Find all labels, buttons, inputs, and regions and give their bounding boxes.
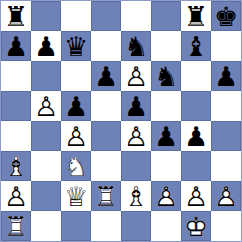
piece-black-rook[interactable]: ♜ (1, 1, 31, 31)
square-a2[interactable]: ♟♙ (1, 181, 31, 211)
piece-white-pawn[interactable]: ♟♙ (181, 181, 211, 211)
square-c2[interactable]: ♛♕ (61, 181, 91, 211)
square-e5[interactable]: ♟ (121, 91, 151, 121)
square-c6[interactable] (61, 61, 91, 91)
white-pawn-icon: ♙ (61, 121, 91, 151)
square-e7[interactable]: ♞ (121, 31, 151, 61)
white-pawn-icon: ♙ (211, 181, 241, 211)
piece-white-rook[interactable]: ♜♖ (1, 211, 31, 241)
square-f3[interactable] (151, 151, 181, 181)
square-e2[interactable]: ♝♗ (121, 181, 151, 211)
square-e6[interactable]: ♟♙ (121, 61, 151, 91)
piece-black-pawn[interactable]: ♟ (151, 121, 181, 151)
black-knight-icon: ♞ (151, 61, 181, 91)
square-g6[interactable] (181, 61, 211, 91)
square-d6[interactable]: ♟ (91, 61, 121, 91)
piece-white-king[interactable]: ♚♔ (181, 211, 211, 241)
square-b2[interactable] (31, 181, 61, 211)
square-c1[interactable] (61, 211, 91, 241)
square-d5[interactable] (91, 91, 121, 121)
piece-white-pawn[interactable]: ♟♙ (1, 181, 31, 211)
piece-white-pawn[interactable]: ♟♙ (211, 181, 241, 211)
square-h4[interactable] (211, 121, 241, 151)
square-g8[interactable]: ♜ (181, 1, 211, 31)
black-queen-icon: ♛ (61, 31, 91, 61)
square-c5[interactable]: ♟ (61, 91, 91, 121)
square-d8[interactable] (91, 1, 121, 31)
square-h7[interactable] (211, 31, 241, 61)
piece-black-knight[interactable]: ♞ (151, 61, 181, 91)
piece-black-queen[interactable]: ♛ (61, 31, 91, 61)
square-a3[interactable]: ♝♗ (1, 151, 31, 181)
black-pawn-icon: ♟ (211, 61, 241, 91)
square-f6[interactable]: ♞ (151, 61, 181, 91)
square-c7[interactable]: ♛ (61, 31, 91, 61)
square-b6[interactable] (31, 61, 61, 91)
white-rook-icon: ♖ (91, 181, 121, 211)
square-b7[interactable]: ♟ (31, 31, 61, 61)
white-pawn-icon: ♙ (1, 181, 31, 211)
white-rook-icon: ♖ (1, 211, 31, 241)
square-h2[interactable]: ♟♙ (211, 181, 241, 211)
square-g4[interactable]: ♟ (181, 121, 211, 151)
square-c8[interactable] (61, 1, 91, 31)
piece-black-pawn[interactable]: ♟ (181, 121, 211, 151)
white-bishop-icon: ♗ (1, 151, 31, 181)
white-knight-icon: ♘ (61, 151, 91, 181)
piece-white-pawn[interactable]: ♟♙ (151, 181, 181, 211)
square-d7[interactable] (91, 31, 121, 61)
piece-white-queen[interactable]: ♛♕ (61, 181, 91, 211)
piece-black-pawn[interactable]: ♟ (61, 91, 91, 121)
square-f2[interactable]: ♟♙ (151, 181, 181, 211)
square-h8[interactable]: ♚ (211, 1, 241, 31)
chess-board: ♜♜♚♟♟♛♞♝♟♟♙♞♟♟♙♟♟♟♙♟♙♟♟♝♗♞♘♟♙♛♕♜♖♝♗♟♙♟♙♟… (0, 0, 242, 242)
piece-black-pawn[interactable]: ♟ (91, 61, 121, 91)
square-f5[interactable] (151, 91, 181, 121)
white-queen-icon: ♕ (61, 181, 91, 211)
white-king-icon: ♔ (181, 211, 211, 241)
square-g5[interactable] (181, 91, 211, 121)
square-e3[interactable] (121, 151, 151, 181)
piece-white-pawn[interactable]: ♟♙ (61, 121, 91, 151)
piece-black-pawn[interactable]: ♟ (1, 31, 31, 61)
square-f7[interactable] (151, 31, 181, 61)
square-e4[interactable]: ♟♙ (121, 121, 151, 151)
black-bishop-icon: ♝ (181, 31, 211, 61)
square-e8[interactable] (121, 1, 151, 31)
square-h1[interactable] (211, 211, 241, 241)
square-b8[interactable] (31, 1, 61, 31)
square-f8[interactable] (151, 1, 181, 31)
square-h3[interactable] (211, 151, 241, 181)
piece-black-pawn[interactable]: ♟ (121, 91, 151, 121)
white-pawn-icon: ♙ (121, 121, 151, 151)
black-pawn-icon: ♟ (31, 31, 61, 61)
square-h5[interactable] (211, 91, 241, 121)
white-pawn-icon: ♙ (121, 61, 151, 91)
piece-white-bishop[interactable]: ♝♗ (1, 151, 31, 181)
black-pawn-icon: ♟ (151, 121, 181, 151)
square-h6[interactable]: ♟ (211, 61, 241, 91)
piece-black-king[interactable]: ♚ (211, 1, 241, 31)
white-pawn-icon: ♙ (31, 91, 61, 121)
square-d1[interactable] (91, 211, 121, 241)
square-b5[interactable]: ♟♙ (31, 91, 61, 121)
white-pawn-icon: ♙ (151, 181, 181, 211)
square-g2[interactable]: ♟♙ (181, 181, 211, 211)
piece-black-pawn[interactable]: ♟ (31, 31, 61, 61)
square-a5[interactable] (1, 91, 31, 121)
square-c3[interactable]: ♞♘ (61, 151, 91, 181)
piece-white-pawn[interactable]: ♟♙ (31, 91, 61, 121)
black-king-icon: ♚ (211, 1, 241, 31)
white-bishop-icon: ♗ (121, 181, 151, 211)
black-pawn-icon: ♟ (61, 91, 91, 121)
piece-white-knight[interactable]: ♞♘ (61, 151, 91, 181)
square-f1[interactable] (151, 211, 181, 241)
square-g3[interactable] (181, 151, 211, 181)
piece-white-pawn[interactable]: ♟♙ (121, 61, 151, 91)
square-b1[interactable] (31, 211, 61, 241)
black-pawn-icon: ♟ (91, 61, 121, 91)
black-pawn-icon: ♟ (121, 91, 151, 121)
piece-black-rook[interactable]: ♜ (181, 1, 211, 31)
piece-black-knight[interactable]: ♞ (121, 31, 151, 61)
square-g1[interactable]: ♚♔ (181, 211, 211, 241)
square-c4[interactable]: ♟♙ (61, 121, 91, 151)
square-d4[interactable] (91, 121, 121, 151)
square-a4[interactable] (1, 121, 31, 151)
black-rook-icon: ♜ (1, 1, 31, 31)
square-a6[interactable] (1, 61, 31, 91)
piece-white-pawn[interactable]: ♟♙ (121, 121, 151, 151)
square-b3[interactable] (31, 151, 61, 181)
square-d3[interactable] (91, 151, 121, 181)
square-e1[interactable] (121, 211, 151, 241)
square-g7[interactable]: ♝ (181, 31, 211, 61)
square-a7[interactable]: ♟ (1, 31, 31, 61)
black-pawn-icon: ♟ (181, 121, 211, 151)
square-d2[interactable]: ♜♖ (91, 181, 121, 211)
black-knight-icon: ♞ (121, 31, 151, 61)
square-a1[interactable]: ♜♖ (1, 211, 31, 241)
piece-black-bishop[interactable]: ♝ (181, 31, 211, 61)
square-f4[interactable]: ♟ (151, 121, 181, 151)
square-a8[interactable]: ♜ (1, 1, 31, 31)
black-rook-icon: ♜ (181, 1, 211, 31)
piece-white-rook[interactable]: ♜♖ (91, 181, 121, 211)
piece-black-pawn[interactable]: ♟ (211, 61, 241, 91)
white-pawn-icon: ♙ (181, 181, 211, 211)
piece-white-bishop[interactable]: ♝♗ (121, 181, 151, 211)
black-pawn-icon: ♟ (1, 31, 31, 61)
chess-board-container: ♜♜♚♟♟♛♞♝♟♟♙♞♟♟♙♟♟♟♙♟♙♟♟♝♗♞♘♟♙♛♕♜♖♝♗♟♙♟♙♟… (0, 0, 242, 242)
square-b4[interactable] (31, 121, 61, 151)
